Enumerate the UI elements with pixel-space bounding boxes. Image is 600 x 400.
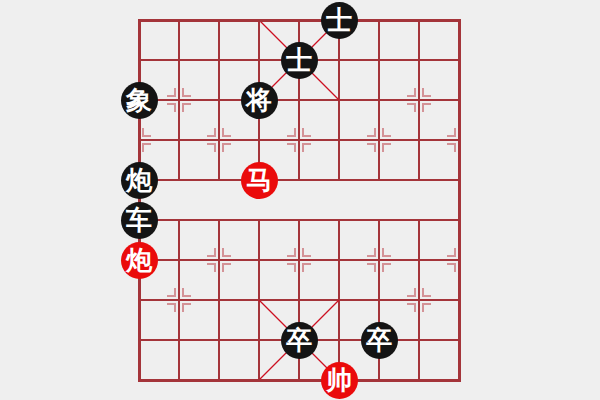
piece-red-general[interactable]: 帅: [321, 362, 358, 399]
piece-black-general[interactable]: 将: [241, 82, 278, 119]
piece-black-advisor[interactable]: 士: [321, 2, 358, 39]
piece-black-soldier[interactable]: 卒: [361, 322, 398, 359]
board-piece-grid: 士士象将炮马车炮卒卒帅: [119, 0, 479, 400]
piece-red-cannon[interactable]: 炮: [121, 242, 158, 279]
piece-black-cannon[interactable]: 炮: [121, 162, 158, 199]
piece-black-advisor[interactable]: 士: [281, 42, 318, 79]
piece-black-soldier[interactable]: 卒: [281, 322, 318, 359]
piece-black-elephant[interactable]: 象: [121, 82, 158, 119]
piece-black-chariot[interactable]: 车: [121, 202, 158, 239]
xiangqi-diagram: 士士象将炮马车炮卒卒帅: [0, 0, 600, 400]
piece-red-horse[interactable]: 马: [241, 162, 278, 199]
